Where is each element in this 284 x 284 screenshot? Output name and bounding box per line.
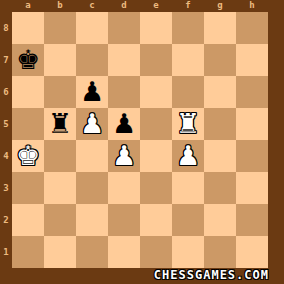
piece-white-pawn: ♟: [176, 140, 200, 172]
square-a8: [12, 12, 44, 44]
file-label-b: b: [44, 0, 76, 12]
square-h8: [236, 12, 268, 44]
square-b5: ♜: [44, 108, 76, 140]
file-label-d: d: [108, 0, 140, 12]
square-a1: [12, 236, 44, 268]
square-b3: [44, 172, 76, 204]
piece-black-pawn: ♟: [80, 76, 104, 108]
square-h4: [236, 140, 268, 172]
square-e1: [140, 236, 172, 268]
square-h6: [236, 76, 268, 108]
chessgames-watermark: CHESSGAMES.COM: [154, 268, 269, 284]
square-e2: [140, 204, 172, 236]
square-b7: [44, 44, 76, 76]
square-h1: [236, 236, 268, 268]
square-e7: [140, 44, 172, 76]
file-label-c: c: [76, 0, 108, 12]
square-b2: [44, 204, 76, 236]
square-f6: [172, 76, 204, 108]
square-c8: [76, 12, 108, 44]
square-f7: [172, 44, 204, 76]
file-label-g: g: [204, 0, 236, 12]
square-g7: [204, 44, 236, 76]
square-b6: [44, 76, 76, 108]
piece-white-king: ♚: [16, 140, 40, 172]
square-c5: ♟: [76, 108, 108, 140]
piece-black-pawn: ♟: [112, 108, 136, 140]
rank-label-7: 7: [0, 55, 12, 65]
square-f2: [172, 204, 204, 236]
square-c2: [76, 204, 108, 236]
square-e5: [140, 108, 172, 140]
piece-white-pawn: ♟: [80, 108, 104, 140]
square-a6: [12, 76, 44, 108]
rank-label-6: 6: [0, 87, 12, 97]
square-b8: [44, 12, 76, 44]
square-e6: [140, 76, 172, 108]
file-label-f: f: [172, 0, 204, 12]
square-a5: [12, 108, 44, 140]
square-f5: ♜: [172, 108, 204, 140]
piece-black-rook: ♜: [48, 108, 72, 140]
square-g4: [204, 140, 236, 172]
piece-black-king: ♚: [16, 44, 40, 76]
rank-label-2: 2: [0, 215, 12, 225]
file-label-a: a: [12, 0, 44, 12]
square-g1: [204, 236, 236, 268]
square-a2: [12, 204, 44, 236]
square-d5: ♟: [108, 108, 140, 140]
chess-board: ♚♟♜♟♟♜♚♟♟: [12, 12, 268, 268]
square-e4: [140, 140, 172, 172]
square-h5: [236, 108, 268, 140]
square-f8: [172, 12, 204, 44]
square-g6: [204, 76, 236, 108]
square-f4: ♟: [172, 140, 204, 172]
piece-white-rook: ♜: [176, 108, 200, 140]
square-g3: [204, 172, 236, 204]
rank-labels: 87654321: [0, 12, 12, 268]
rank-label-1: 1: [0, 247, 12, 257]
chess-diagram: abcdefgh 87654321 ♚♟♜♟♟♜♚♟♟ CHESSGAMES.C…: [0, 0, 284, 284]
square-d2: [108, 204, 140, 236]
square-c7: [76, 44, 108, 76]
square-c4: [76, 140, 108, 172]
square-e8: [140, 12, 172, 44]
square-h2: [236, 204, 268, 236]
rank-label-5: 5: [0, 119, 12, 129]
square-c3: [76, 172, 108, 204]
square-a4: ♚: [12, 140, 44, 172]
square-g5: [204, 108, 236, 140]
file-labels: abcdefgh: [12, 0, 268, 12]
square-d3: [108, 172, 140, 204]
square-d4: ♟: [108, 140, 140, 172]
square-c1: [76, 236, 108, 268]
square-d1: [108, 236, 140, 268]
square-a3: [12, 172, 44, 204]
square-e3: [140, 172, 172, 204]
square-g8: [204, 12, 236, 44]
square-b1: [44, 236, 76, 268]
square-h7: [236, 44, 268, 76]
square-f1: [172, 236, 204, 268]
square-h3: [236, 172, 268, 204]
piece-white-pawn: ♟: [112, 140, 136, 172]
file-label-h: h: [236, 0, 268, 12]
square-c6: ♟: [76, 76, 108, 108]
file-label-e: e: [140, 0, 172, 12]
square-b4: [44, 140, 76, 172]
rank-label-4: 4: [0, 151, 12, 161]
square-d7: [108, 44, 140, 76]
square-d6: [108, 76, 140, 108]
rank-label-8: 8: [0, 23, 12, 33]
square-a7: ♚: [12, 44, 44, 76]
square-f3: [172, 172, 204, 204]
square-g2: [204, 204, 236, 236]
rank-label-3: 3: [0, 183, 12, 193]
square-d8: [108, 12, 140, 44]
